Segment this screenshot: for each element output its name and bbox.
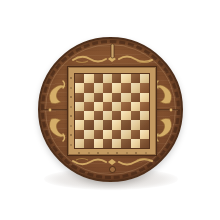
square-f3[interactable] xyxy=(121,120,130,129)
file-inlay-dot xyxy=(78,152,80,154)
square-h2[interactable] xyxy=(140,130,149,139)
file-inlay-dot xyxy=(88,152,90,154)
square-d1[interactable] xyxy=(103,139,112,148)
square-d2[interactable] xyxy=(103,130,112,139)
square-f8[interactable] xyxy=(121,74,130,83)
square-c6[interactable] xyxy=(94,93,103,102)
square-e3[interactable] xyxy=(112,120,121,129)
rank-inlay-dot xyxy=(70,96,72,98)
file-inlay-dot xyxy=(116,152,118,154)
square-h5[interactable] xyxy=(140,102,149,111)
square-h1[interactable] xyxy=(140,139,149,148)
square-b2[interactable] xyxy=(84,130,93,139)
chess-board-frame xyxy=(67,66,157,156)
square-b7[interactable] xyxy=(84,83,93,92)
square-b8[interactable] xyxy=(84,74,93,83)
square-d4[interactable] xyxy=(103,111,112,120)
square-h3[interactable] xyxy=(140,120,149,129)
square-f2[interactable] xyxy=(121,130,130,139)
square-a7[interactable] xyxy=(75,83,84,92)
rank-inlay-dot xyxy=(70,134,72,136)
file-inlay-dot xyxy=(135,152,137,154)
square-a6[interactable] xyxy=(75,93,84,102)
square-g3[interactable] xyxy=(131,120,140,129)
square-e8[interactable] xyxy=(112,74,121,83)
square-c8[interactable] xyxy=(94,74,103,83)
square-a4[interactable] xyxy=(75,111,84,120)
top-scroll-ornament-icon xyxy=(70,51,155,65)
square-f4[interactable] xyxy=(121,111,130,120)
square-d5[interactable] xyxy=(103,102,112,111)
square-a5[interactable] xyxy=(75,102,84,111)
square-g6[interactable] xyxy=(131,93,140,102)
square-c2[interactable] xyxy=(94,130,103,139)
square-b1[interactable] xyxy=(84,139,93,148)
square-g2[interactable] xyxy=(131,130,140,139)
square-c1[interactable] xyxy=(94,139,103,148)
fold-seam-left xyxy=(43,109,68,111)
square-b5[interactable] xyxy=(84,102,93,111)
square-c7[interactable] xyxy=(94,83,103,92)
square-b3[interactable] xyxy=(84,120,93,129)
square-g7[interactable] xyxy=(131,83,140,92)
square-f5[interactable] xyxy=(121,102,130,111)
rank-inlay-dot xyxy=(70,115,72,117)
file-inlay-dot xyxy=(107,152,109,154)
bottom-scroll-ornament-icon xyxy=(70,156,155,170)
square-f6[interactable] xyxy=(121,93,130,102)
square-g8[interactable] xyxy=(131,74,140,83)
square-e1[interactable] xyxy=(112,139,121,148)
square-f7[interactable] xyxy=(121,83,130,92)
square-c3[interactable] xyxy=(94,120,103,129)
square-a3[interactable] xyxy=(75,120,84,129)
file-inlay-dot xyxy=(97,152,99,154)
round-chess-board xyxy=(38,37,183,182)
square-a2[interactable] xyxy=(75,130,84,139)
rank-inlay-dot xyxy=(70,77,72,79)
square-e4[interactable] xyxy=(112,111,121,120)
square-g1[interactable] xyxy=(131,139,140,148)
chess-grid xyxy=(74,73,150,149)
square-e7[interactable] xyxy=(112,83,121,92)
square-d6[interactable] xyxy=(103,93,112,102)
rank-inlay-dot xyxy=(70,87,72,89)
left-floral-ornament-icon xyxy=(45,77,69,145)
square-b6[interactable] xyxy=(84,93,93,102)
square-g5[interactable] xyxy=(131,102,140,111)
square-d7[interactable] xyxy=(103,83,112,92)
square-d3[interactable] xyxy=(103,120,112,129)
rank-inlay-dot xyxy=(70,125,72,127)
square-c5[interactable] xyxy=(94,102,103,111)
square-f1[interactable] xyxy=(121,139,130,148)
file-inlay-dot xyxy=(126,152,128,154)
product-photo-canvas xyxy=(0,0,220,220)
square-a8[interactable] xyxy=(75,74,84,83)
square-h6[interactable] xyxy=(140,93,149,102)
square-d8[interactable] xyxy=(103,74,112,83)
rank-inlay-dot xyxy=(70,106,72,108)
bottom-latch-knob-icon xyxy=(108,165,117,174)
square-h4[interactable] xyxy=(140,111,149,120)
square-h8[interactable] xyxy=(140,74,149,83)
square-g4[interactable] xyxy=(131,111,140,120)
square-a1[interactable] xyxy=(75,139,84,148)
square-h7[interactable] xyxy=(140,83,149,92)
file-inlay-dot xyxy=(145,152,147,154)
square-c4[interactable] xyxy=(94,111,103,120)
rank-inlay-dot xyxy=(70,144,72,146)
square-e2[interactable] xyxy=(112,130,121,139)
square-b4[interactable] xyxy=(84,111,93,120)
square-e5[interactable] xyxy=(112,102,121,111)
square-e6[interactable] xyxy=(112,93,121,102)
top-clasp-icon xyxy=(109,43,116,59)
